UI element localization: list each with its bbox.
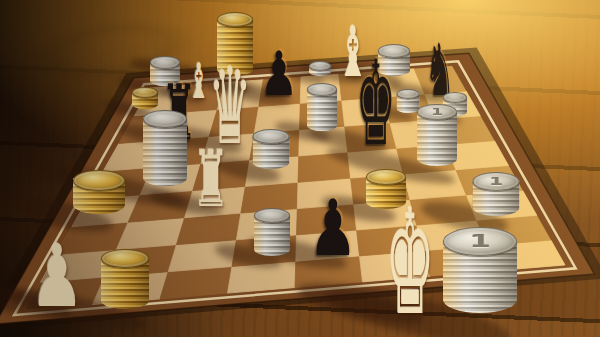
coin-stack-g1-silver: 1 — [443, 227, 517, 313]
photo-scene: ♝♟♞♝♜♛♚1♜1♟♟♚1 — [0, 0, 600, 337]
king-glyph: ♚ — [385, 191, 434, 336]
coin-top-face — [443, 92, 467, 103]
king-glyph: ♚ — [356, 46, 396, 163]
pawn-glyph: ♟ — [309, 190, 358, 268]
coin-stack-b2-gold — [101, 249, 149, 309]
coin-stack-d3-silver — [254, 208, 290, 256]
pawn-glyph: ♟ — [260, 43, 298, 104]
coin-top-face — [307, 83, 337, 96]
coin-stack-b5-silver — [143, 110, 187, 186]
coin-top-face — [309, 61, 331, 71]
coin-stack-e8-silver — [309, 61, 331, 76]
coin-top-face — [73, 170, 125, 191]
coin-stack-h3-silver: 1 — [473, 172, 520, 216]
coin-stack-e7-silver — [307, 83, 337, 131]
rook-glyph: ♜ — [193, 141, 229, 219]
coin-stack-d5-silver — [253, 129, 290, 169]
coin-top-face: 1 — [473, 172, 520, 191]
coin-stack-g5-silver: 1 — [417, 104, 457, 166]
pawn-glyph: ♟ — [30, 233, 84, 319]
coin-top-face — [217, 12, 253, 27]
coin-stack-a7-gold — [132, 87, 158, 109]
coin-denomination: 1 — [418, 108, 456, 116]
coin-top-face: 1 — [443, 227, 517, 256]
coin-stack-a4-gold — [73, 170, 125, 214]
coin-denomination: 1 — [474, 177, 519, 186]
coin-top-face — [143, 110, 187, 128]
coin-denomination: 1 — [444, 234, 516, 249]
coin-top-face — [254, 208, 290, 223]
